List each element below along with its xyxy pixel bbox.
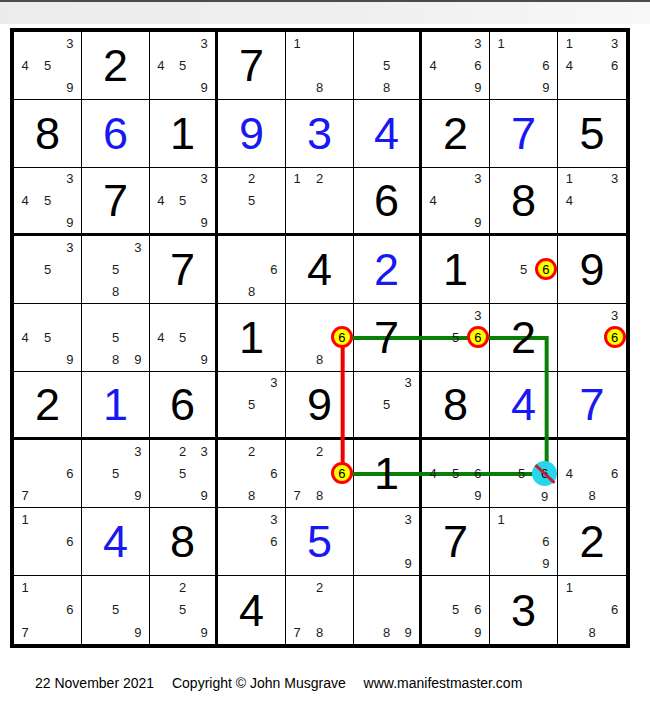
pencil-marks: 58: [354, 32, 419, 99]
pencil-marks: 36: [218, 508, 285, 575]
given-digit: 2: [490, 304, 557, 371]
cell-r6c2[interactable]: 1: [82, 372, 150, 440]
given-digit: 8: [14, 100, 81, 167]
candidate-8: 8: [104, 349, 126, 371]
candidate-7: 7: [286, 485, 308, 507]
pencil-marks: 569: [490, 440, 557, 507]
pencil-marks: 168: [558, 576, 626, 644]
given-digit: 7: [218, 32, 285, 99]
window-chrome-bar: [0, 0, 650, 24]
pencil-marks: 67: [14, 440, 81, 507]
candidate-6: 6: [263, 462, 285, 484]
cell-r3c5[interactable]: 12: [286, 168, 354, 236]
candidate-1: 1: [14, 576, 36, 599]
solved-digit: 6: [82, 100, 149, 167]
candidate-1: 1: [490, 508, 512, 530]
candidate-5: 5: [172, 599, 194, 622]
candidate-2: 2: [240, 168, 262, 190]
candidate-3: 3: [59, 236, 81, 258]
candidate-9: 9: [193, 211, 215, 233]
cell-r8c7[interactable]: 7: [422, 508, 490, 576]
cell-r7c5[interactable]: 2678: [286, 440, 354, 508]
candidate-5: 5: [36, 190, 58, 212]
cell-r1c5[interactable]: 18: [286, 32, 354, 100]
candidate-9: 9: [127, 621, 149, 644]
cell-r1c7[interactable]: 3469: [422, 32, 490, 100]
pencil-marks: 56: [490, 236, 557, 303]
cell-r5c4[interactable]: 1: [218, 304, 286, 372]
cell-r3c7[interactable]: 349: [422, 168, 490, 236]
cell-r1c4[interactable]: 7: [218, 32, 286, 100]
candidate-8: 8: [240, 281, 262, 303]
cell-r7c1[interactable]: 67: [14, 440, 82, 508]
given-digit: 7: [422, 508, 489, 575]
candidate-8: 8: [240, 485, 262, 507]
footer-website: www.manifestmaster.com: [364, 675, 523, 691]
candidate-5: 5: [511, 461, 532, 486]
candidate-3: 3: [467, 304, 489, 326]
cell-r5c5[interactable]: 68: [286, 304, 354, 372]
cell-r4c4[interactable]: 68: [218, 236, 286, 304]
candidate-2: 2: [240, 440, 262, 462]
cell-r9c9[interactable]: 168: [558, 576, 626, 644]
candidate-6: 6: [263, 530, 285, 552]
cell-r2c5[interactable]: 3: [286, 100, 354, 168]
cell-r3c6[interactable]: 6: [354, 168, 422, 236]
footer-copyright: Copyright © John Musgrave: [172, 675, 346, 691]
pencil-marks: 134: [558, 168, 626, 233]
cell-r9c4[interactable]: 4: [218, 576, 286, 644]
cell-r5c8[interactable]: 2: [490, 304, 558, 372]
given-digit: 7: [150, 236, 215, 303]
candidate-3: 3: [397, 372, 419, 394]
candidate-4: 4: [422, 462, 444, 484]
candidate-9: 9: [193, 485, 215, 507]
cell-r5c6[interactable]: 7: [354, 304, 422, 372]
cell-r4c8[interactable]: 56: [490, 236, 558, 304]
footer-date: 22 November 2021: [35, 675, 154, 691]
candidate-5: 5: [104, 462, 126, 484]
candidate-3: 3: [127, 440, 149, 462]
candidate-3: 3: [603, 32, 626, 54]
pencil-marks: 1346: [558, 32, 626, 99]
pencil-marks: 68: [218, 236, 285, 303]
candidate-5: 5: [240, 190, 262, 212]
given-digit: 6: [354, 168, 419, 233]
pencil-marks: 169: [490, 32, 557, 99]
cell-r2c8[interactable]: 7: [490, 100, 558, 168]
candidate-5: 5: [104, 326, 126, 348]
candidate-5: 5: [240, 394, 262, 416]
chain-node-candidate-6: 6: [604, 326, 626, 348]
pencil-marks: 18: [286, 32, 353, 99]
cell-r7c9[interactable]: 468: [558, 440, 626, 508]
candidate-2: 2: [308, 168, 330, 190]
cell-r4c1[interactable]: 35: [14, 236, 82, 304]
given-digit: 1: [354, 440, 419, 507]
pencil-marks: 349: [422, 168, 489, 233]
pencil-marks: 39: [354, 508, 419, 575]
cell-r7c8[interactable]: 569: [490, 440, 558, 508]
cell-r9c8[interactable]: 3: [490, 576, 558, 644]
candidate-9: 9: [467, 211, 489, 233]
pencil-marks: 3459: [14, 168, 81, 233]
pencil-marks: 3459: [150, 168, 215, 233]
candidate-7: 7: [286, 621, 308, 644]
candidate-3: 3: [59, 32, 81, 54]
candidate-3: 3: [397, 508, 419, 530]
candidate-6: 6: [535, 530, 557, 552]
pencil-marks: 169: [490, 508, 557, 575]
candidate-6: 6: [59, 530, 81, 552]
pencil-marks: 3459: [150, 32, 215, 99]
candidate-4: 4: [14, 190, 36, 212]
candidate-6: 6: [467, 54, 489, 76]
pencil-marks: 356: [422, 304, 489, 371]
cell-r3c9[interactable]: 134: [558, 168, 626, 236]
cell-r3c1[interactable]: 3459: [14, 168, 82, 236]
cell-r2c7[interactable]: 2: [422, 100, 490, 168]
candidate-5: 5: [172, 462, 194, 484]
candidate-4: 4: [422, 190, 444, 212]
cell-r5c3[interactable]: 459: [150, 304, 218, 372]
candidate-6: 6: [535, 54, 557, 76]
candidate-1: 1: [14, 508, 36, 530]
pencil-marks: 2678: [286, 440, 353, 507]
candidate-4: 4: [150, 190, 172, 212]
eliminated-candidate-6: 6: [532, 461, 557, 486]
cell-r1c3[interactable]: 3459: [150, 32, 218, 100]
given-digit: 3: [490, 576, 557, 644]
given-digit: 1: [150, 100, 215, 167]
pencil-marks: 12: [286, 168, 353, 233]
given-digit: 4: [286, 236, 353, 303]
pencil-marks: 468: [558, 440, 626, 507]
candidate-4: 4: [14, 54, 36, 76]
cell-r8c6[interactable]: 39: [354, 508, 422, 576]
candidate-8: 8: [308, 77, 330, 99]
cell-r2c6[interactable]: 4: [354, 100, 422, 168]
candidate-3: 3: [263, 508, 285, 530]
candidate-8: 8: [104, 281, 126, 303]
pencil-marks: 359: [82, 440, 149, 507]
pencil-marks: 358: [82, 236, 149, 303]
solved-digit: 5: [286, 508, 353, 575]
candidate-9: 9: [535, 553, 557, 575]
candidate-2: 2: [308, 440, 330, 462]
cell-r7c6[interactable]: 1: [354, 440, 422, 508]
candidate-3: 3: [263, 372, 285, 394]
pencil-marks: 35: [218, 372, 285, 437]
cell-r6c5[interactable]: 9: [286, 372, 354, 440]
candidate-3: 3: [467, 168, 489, 190]
candidate-2: 2: [172, 440, 194, 462]
candidate-9: 9: [467, 485, 489, 507]
pencil-marks: 569: [422, 576, 489, 644]
candidate-9: 9: [127, 485, 149, 507]
pencil-marks: 2359: [150, 440, 215, 507]
cell-r8c9[interactable]: 2: [558, 508, 626, 576]
chain-node-candidate-6: 6: [331, 462, 353, 484]
given-digit: 2: [558, 508, 626, 575]
candidate-1: 1: [286, 32, 308, 54]
given-digit: 6: [150, 372, 215, 437]
candidate-9: 9: [59, 211, 81, 233]
candidate-5: 5: [376, 54, 398, 76]
cell-r2c1[interactable]: 8: [14, 100, 82, 168]
cell-r4c9[interactable]: 9: [558, 236, 626, 304]
pencil-marks: 25: [218, 168, 285, 233]
candidate-1: 1: [558, 32, 581, 54]
solved-digit: 9: [218, 100, 285, 167]
given-digit: 8: [490, 168, 557, 233]
candidate-9: 9: [467, 621, 489, 644]
candidate-5: 5: [512, 258, 534, 280]
cell-r8c8[interactable]: 169: [490, 508, 558, 576]
solved-digit: 4: [490, 372, 557, 437]
pencil-marks: 259: [150, 576, 215, 644]
cell-r5c2[interactable]: 589: [82, 304, 150, 372]
candidate-8: 8: [308, 349, 330, 371]
solved-digit: 1: [82, 372, 149, 437]
cell-r9c5[interactable]: 278: [286, 576, 354, 644]
cell-r3c8[interactable]: 8: [490, 168, 558, 236]
solved-digit: 7: [558, 372, 626, 437]
candidate-3: 3: [467, 32, 489, 54]
candidate-5: 5: [172, 326, 194, 348]
given-digit: 2: [422, 100, 489, 167]
pencil-marks: 589: [82, 304, 149, 371]
given-digit: 8: [422, 372, 489, 437]
cell-r2c3[interactable]: 1: [150, 100, 218, 168]
pencil-marks: 68: [286, 304, 353, 371]
candidate-4: 4: [150, 54, 172, 76]
cell-r8c1[interactable]: 16: [14, 508, 82, 576]
cell-r6c8[interactable]: 4: [490, 372, 558, 440]
given-digit: 4: [218, 576, 285, 644]
given-digit: 8: [150, 508, 215, 575]
candidate-7: 7: [14, 485, 36, 507]
cell-r3c2[interactable]: 7: [82, 168, 150, 236]
given-digit: 2: [14, 372, 81, 437]
pencil-marks: 35: [354, 372, 419, 437]
chain-node-candidate-6: 6: [331, 326, 353, 348]
cell-r6c1[interactable]: 2: [14, 372, 82, 440]
candidate-7: 7: [14, 621, 36, 644]
cell-r8c5[interactable]: 5: [286, 508, 354, 576]
candidate-5: 5: [36, 54, 58, 76]
cell-r6c3[interactable]: 6: [150, 372, 218, 440]
given-digit: 2: [82, 32, 149, 99]
cell-r7c4[interactable]: 268: [218, 440, 286, 508]
candidate-5: 5: [104, 258, 126, 280]
candidate-4: 4: [150, 326, 172, 348]
pencil-marks: 167: [14, 576, 81, 644]
candidate-9: 9: [193, 349, 215, 371]
candidate-1: 1: [286, 168, 308, 190]
candidate-4: 4: [558, 190, 581, 212]
cell-r8c2[interactable]: 4: [82, 508, 150, 576]
cell-r2c2[interactable]: 6: [82, 100, 150, 168]
chain-node-candidate-6: 6: [535, 258, 557, 280]
given-digit: 1: [422, 236, 489, 303]
footer: 22 November 2021 Copyright © John Musgra…: [35, 675, 635, 691]
candidate-1: 1: [558, 168, 581, 190]
cell-r4c5[interactable]: 4: [286, 236, 354, 304]
pencil-marks: 4569: [422, 440, 489, 507]
cell-r5c1[interactable]: 459: [14, 304, 82, 372]
cell-r3c3[interactable]: 3459: [150, 168, 218, 236]
candidate-9: 9: [59, 349, 81, 371]
cell-r7c2[interactable]: 359: [82, 440, 150, 508]
candidate-4: 4: [422, 54, 444, 76]
cell-r5c9[interactable]: 36: [558, 304, 626, 372]
given-digit: 7: [82, 168, 149, 233]
cell-r1c1[interactable]: 3459: [14, 32, 82, 100]
given-digit: 7: [354, 304, 419, 371]
candidate-3: 3: [603, 168, 626, 190]
candidate-6: 6: [603, 599, 626, 622]
cell-r1c8[interactable]: 169: [490, 32, 558, 100]
cell-r9c7[interactable]: 569: [422, 576, 490, 644]
cell-r4c6[interactable]: 2: [354, 236, 422, 304]
pencil-marks: 268: [218, 440, 285, 507]
candidate-1: 1: [490, 32, 512, 54]
cell-r5c7[interactable]: 356: [422, 304, 490, 372]
pencil-marks: 3459: [14, 32, 81, 99]
candidate-9: 9: [532, 486, 557, 507]
candidate-1: 1: [558, 576, 581, 599]
candidate-3: 3: [193, 32, 215, 54]
candidate-8: 8: [581, 485, 604, 507]
given-digit: 1: [218, 304, 285, 371]
cell-r4c7[interactable]: 1: [422, 236, 490, 304]
cell-r6c6[interactable]: 35: [354, 372, 422, 440]
candidate-6: 6: [263, 258, 285, 280]
candidate-8: 8: [308, 621, 330, 644]
candidate-9: 9: [59, 77, 81, 99]
cell-r3c4[interactable]: 25: [218, 168, 286, 236]
candidate-5: 5: [172, 190, 194, 212]
candidate-8: 8: [376, 77, 398, 99]
cell-r1c9[interactable]: 1346: [558, 32, 626, 100]
candidate-5: 5: [172, 54, 194, 76]
candidate-5: 5: [36, 258, 58, 280]
cell-r9c6[interactable]: 89: [354, 576, 422, 644]
cell-r8c3[interactable]: 8: [150, 508, 218, 576]
cell-r6c9[interactable]: 7: [558, 372, 626, 440]
pencil-marks: 278: [286, 576, 353, 644]
solved-digit: 3: [286, 100, 353, 167]
pencil-marks: 36: [558, 304, 626, 371]
cell-r1c6[interactable]: 58: [354, 32, 422, 100]
candidate-3: 3: [603, 304, 626, 326]
given-digit: 9: [558, 236, 626, 303]
pencil-marks: 59: [82, 576, 149, 644]
cell-r2c4[interactable]: 9: [218, 100, 286, 168]
candidate-9: 9: [127, 349, 149, 371]
cell-r8c4[interactable]: 36: [218, 508, 286, 576]
candidate-6: 6: [603, 54, 626, 76]
candidate-6: 6: [59, 462, 81, 484]
candidate-3: 3: [59, 168, 81, 190]
candidate-6: 6: [603, 462, 626, 484]
pencil-marks: 3469: [422, 32, 489, 99]
candidate-5: 5: [36, 326, 58, 348]
pencil-marks: 89: [354, 576, 419, 644]
cell-r7c3[interactable]: 2359: [150, 440, 218, 508]
pencil-marks: 35: [14, 236, 81, 303]
candidate-6: 6: [467, 599, 489, 622]
candidate-5: 5: [444, 462, 466, 484]
cell-r1c2[interactable]: 2: [82, 32, 150, 100]
candidate-9: 9: [535, 77, 557, 99]
candidate-8: 8: [581, 621, 604, 644]
pencil-marks: 459: [150, 304, 215, 371]
cell-r6c4[interactable]: 35: [218, 372, 286, 440]
cell-r6c7[interactable]: 8: [422, 372, 490, 440]
cell-r4c2[interactable]: 358: [82, 236, 150, 304]
solved-digit: 4: [82, 508, 149, 575]
candidate-4: 4: [14, 326, 36, 348]
pencil-marks: 459: [14, 304, 81, 371]
candidate-2: 2: [172, 576, 194, 599]
pencil-marks: 16: [14, 508, 81, 575]
cell-r2c9[interactable]: 5: [558, 100, 626, 168]
solved-digit: 4: [354, 100, 419, 167]
candidate-3: 3: [193, 440, 215, 462]
candidate-6: 6: [59, 599, 81, 622]
candidate-6: 6: [467, 462, 489, 484]
given-digit: 5: [558, 100, 626, 167]
candidate-9: 9: [467, 77, 489, 99]
candidate-9: 9: [193, 621, 215, 644]
cell-r9c2[interactable]: 59: [82, 576, 150, 644]
candidate-5: 5: [376, 394, 398, 416]
candidate-5: 5: [444, 326, 466, 348]
candidate-3: 3: [127, 236, 149, 258]
solved-digit: 2: [354, 236, 419, 303]
candidate-4: 4: [558, 54, 581, 76]
cell-r9c3[interactable]: 259: [150, 576, 218, 644]
solved-digit: 7: [490, 100, 557, 167]
candidate-2: 2: [308, 576, 330, 599]
candidate-5: 5: [104, 599, 126, 622]
given-digit: 9: [286, 372, 353, 437]
chain-node-candidate-6: 6: [467, 326, 489, 348]
cell-r7c7[interactable]: 4569: [422, 440, 490, 508]
sudoku-board: 3459234597185834691691346861934275345973…: [10, 28, 630, 648]
candidate-9: 9: [397, 621, 419, 644]
cell-r4c3[interactable]: 7: [150, 236, 218, 304]
candidate-8: 8: [376, 621, 398, 644]
candidate-5: 5: [444, 599, 466, 622]
candidate-9: 9: [397, 553, 419, 575]
candidate-8: 8: [308, 485, 330, 507]
candidate-3: 3: [193, 168, 215, 190]
cell-r9c1[interactable]: 167: [14, 576, 82, 644]
candidate-9: 9: [193, 77, 215, 99]
candidate-4: 4: [558, 462, 581, 484]
